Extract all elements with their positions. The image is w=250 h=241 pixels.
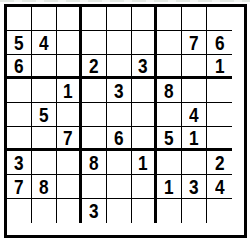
cell-r6c6[interactable]	[132, 127, 157, 151]
given-digit: 3	[14, 151, 24, 175]
cell-r8c1[interactable]: 7	[7, 175, 32, 199]
cell-r9c6[interactable]	[132, 199, 157, 223]
cell-r5c1[interactable]	[7, 103, 32, 127]
cell-r6c9[interactable]	[207, 127, 232, 151]
cell-r6c2[interactable]	[32, 127, 57, 151]
screen-edge-artifact	[0, 0, 250, 2]
given-digit: 7	[63, 126, 73, 150]
given-digit: 1	[138, 151, 148, 175]
cell-r3c1[interactable]: 6	[7, 55, 32, 79]
cell-r9c8[interactable]	[182, 199, 207, 223]
cell-r1c4[interactable]	[82, 7, 107, 31]
cell-r7c2[interactable]	[32, 151, 57, 175]
cell-r7c5[interactable]	[107, 151, 132, 175]
given-digit: 5	[39, 103, 49, 127]
given-digit: 3	[189, 175, 199, 199]
cell-r9c4[interactable]: 3	[82, 199, 107, 223]
cell-r7c9[interactable]: 2	[207, 151, 232, 175]
cell-r4c4[interactable]	[82, 79, 107, 103]
given-digit: 3	[114, 79, 124, 103]
cell-r5c5[interactable]	[107, 103, 132, 127]
cell-r3c6[interactable]: 3	[132, 55, 157, 79]
cell-r8c6[interactable]	[132, 175, 157, 199]
cell-r7c7[interactable]	[157, 151, 182, 175]
cell-r4c7[interactable]: 8	[157, 79, 182, 103]
cell-r9c5[interactable]	[107, 199, 132, 223]
cell-r3c3[interactable]	[57, 55, 82, 79]
cell-r6c4[interactable]	[82, 127, 107, 151]
given-digit: 4	[215, 175, 225, 199]
cell-r3c9[interactable]: 1	[207, 55, 232, 79]
cell-r8c4[interactable]	[82, 175, 107, 199]
cell-r4c8[interactable]	[182, 79, 207, 103]
given-digit: 7	[14, 175, 24, 199]
cell-r8c8[interactable]: 3	[182, 175, 207, 199]
cell-r8c3[interactable]	[57, 175, 82, 199]
cell-r1c1[interactable]	[7, 7, 32, 31]
sudoku-board: 547662311385476513812781343	[4, 4, 247, 238]
cell-r9c9[interactable]	[207, 199, 232, 223]
given-digit: 1	[215, 54, 225, 78]
cell-r8c2[interactable]: 8	[32, 175, 57, 199]
given-digit: 4	[39, 31, 49, 55]
cell-r5c7[interactable]	[157, 103, 182, 127]
cell-r5c4[interactable]	[82, 103, 107, 127]
cell-r4c9[interactable]	[207, 79, 232, 103]
cell-r3c4[interactable]: 2	[82, 55, 107, 79]
cell-r2c5[interactable]	[107, 31, 132, 55]
cell-r5c8[interactable]: 4	[182, 103, 207, 127]
cell-r7c3[interactable]	[57, 151, 82, 175]
given-digit: 4	[189, 103, 199, 127]
given-digit: 7	[189, 31, 199, 55]
cell-r8c9[interactable]: 4	[207, 175, 232, 199]
cell-r3c7[interactable]	[157, 55, 182, 79]
cell-r7c4[interactable]: 8	[82, 151, 107, 175]
given-digit: 5	[164, 126, 174, 150]
cell-r3c2[interactable]	[32, 55, 57, 79]
cell-r6c3[interactable]: 7	[57, 127, 82, 151]
cell-r2c2[interactable]: 4	[32, 31, 57, 55]
cell-r7c1[interactable]: 3	[7, 151, 32, 175]
given-digit: 2	[89, 54, 99, 78]
cell-r2c9[interactable]: 6	[207, 31, 232, 55]
cell-r6c8[interactable]: 1	[182, 127, 207, 151]
cell-r6c5[interactable]: 6	[107, 127, 132, 151]
cell-r1c8[interactable]	[182, 7, 207, 31]
cell-r2c4[interactable]	[82, 31, 107, 55]
cell-r4c6[interactable]	[132, 79, 157, 103]
given-digit: 1	[63, 79, 73, 103]
given-digit: 8	[39, 175, 49, 199]
cell-r2c3[interactable]	[57, 31, 82, 55]
given-digit: 1	[189, 126, 199, 150]
cell-r4c3[interactable]: 1	[57, 79, 82, 103]
given-digit: 1	[164, 175, 174, 199]
cell-r9c3[interactable]	[57, 199, 82, 223]
cell-r9c7[interactable]	[157, 199, 182, 223]
cell-r5c9[interactable]	[207, 103, 232, 127]
cell-r1c5[interactable]	[107, 7, 132, 31]
cell-r6c1[interactable]	[7, 127, 32, 151]
cell-r2c1[interactable]: 5	[7, 31, 32, 55]
cell-r2c7[interactable]	[157, 31, 182, 55]
cell-r2c6[interactable]	[132, 31, 157, 55]
cell-r1c7[interactable]	[157, 7, 182, 31]
given-digit: 3	[89, 199, 99, 223]
cell-r1c6[interactable]	[132, 7, 157, 31]
given-digit: 8	[89, 151, 99, 175]
cell-r9c2[interactable]	[32, 199, 57, 223]
given-digit: 6	[215, 31, 225, 55]
cell-r7c6[interactable]: 1	[132, 151, 157, 175]
given-digit: 8	[164, 79, 174, 103]
given-digit: 2	[215, 151, 225, 175]
cell-r3c5[interactable]	[107, 55, 132, 79]
cell-r7c8[interactable]	[182, 151, 207, 175]
cell-r5c3[interactable]	[57, 103, 82, 127]
given-digit: 3	[138, 54, 148, 78]
cell-r8c5[interactable]	[107, 175, 132, 199]
cell-r4c5[interactable]: 3	[107, 79, 132, 103]
sudoku-page: 547662311385476513812781343	[0, 0, 250, 241]
cell-r8c7[interactable]: 1	[157, 175, 182, 199]
cell-r9c1[interactable]	[7, 199, 32, 223]
cell-r4c1[interactable]	[7, 79, 32, 103]
cell-r6c7[interactable]: 5	[157, 127, 182, 151]
cell-r4c2[interactable]	[32, 79, 57, 103]
cell-r5c6[interactable]	[132, 103, 157, 127]
cell-r1c9[interactable]	[207, 7, 232, 31]
given-digit: 6	[114, 126, 124, 150]
cell-r2c8[interactable]: 7	[182, 31, 207, 55]
cell-r1c3[interactable]	[57, 7, 82, 31]
cell-r5c2[interactable]: 5	[32, 103, 57, 127]
given-digit: 5	[14, 31, 24, 55]
given-digit: 6	[14, 54, 24, 78]
cell-r1c2[interactable]	[32, 7, 57, 31]
cell-r3c8[interactable]	[182, 55, 207, 79]
